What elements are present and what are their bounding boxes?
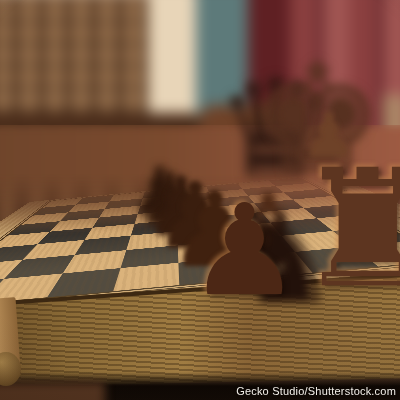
- watermark-credit: Gecko Studio/Shutterstock.com: [236, 385, 396, 397]
- pieces-layer: ♛♚♟♝♞♟♟♟♟♟♜♟: [0, 0, 400, 400]
- piece-rook: ♜: [295, 148, 400, 310]
- piece-pawn: ♟: [188, 188, 301, 314]
- photo-canvas: abcdefgh 87654321 ♛♚♟♝♞♟♟♟♟♟♜♟ Gecko Stu…: [0, 0, 400, 400]
